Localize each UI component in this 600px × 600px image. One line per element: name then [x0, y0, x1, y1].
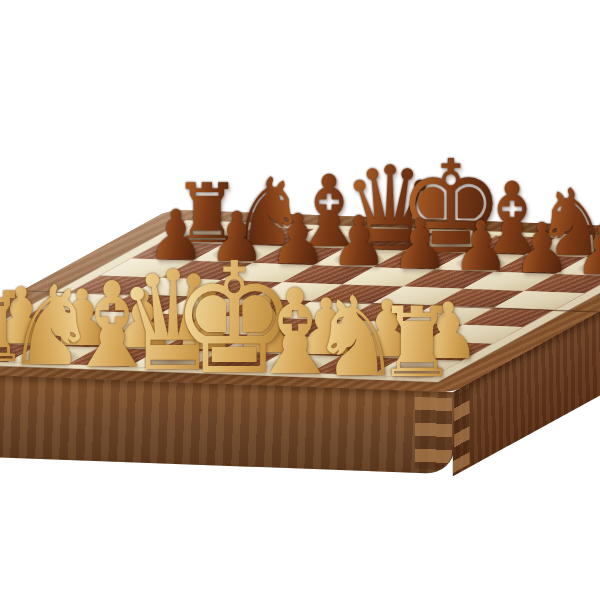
dovetail-joint [453, 387, 470, 473]
dovetail-joint [415, 397, 452, 471]
chess-set-photo: ♜♞♝♛♚♝♞♜♟♟♟♟♟♟♟♟♟♟♟♟♟♟♟♟♜♞♝♛♚♝♞♜ [0, 0, 600, 600]
